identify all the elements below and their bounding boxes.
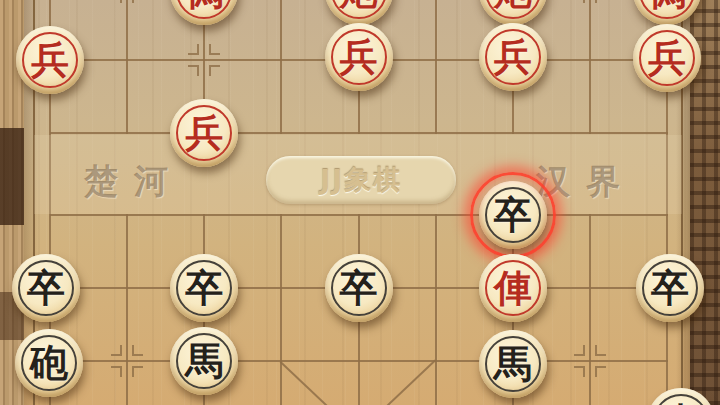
- piece-red-cannon[interactable]: 炮: [479, 0, 547, 25]
- piece-black-cannon[interactable]: 砲: [15, 329, 83, 397]
- piece-red-cannon[interactable]: 炮: [325, 0, 393, 25]
- piece-glyph: 傌: [170, 0, 238, 25]
- piece-glyph: 俥: [479, 254, 547, 322]
- piece-red-soldier[interactable]: 兵: [170, 99, 238, 167]
- app-logo-watermark: JJ象棋: [266, 156, 456, 204]
- board-line: [50, 132, 668, 134]
- board-line: [50, 214, 668, 216]
- piece-glyph: 卒: [12, 254, 80, 322]
- board-line: [589, 0, 591, 134]
- piece-glyph: 卒: [636, 254, 704, 322]
- piece-red-soldier[interactable]: 兵: [16, 26, 84, 94]
- piece-black-soldier[interactable]: 卒: [12, 254, 80, 322]
- board-line: [435, 214, 437, 405]
- piece-red-soldier[interactable]: 兵: [479, 23, 547, 91]
- piece-glyph: 炮: [479, 0, 547, 25]
- piece-black-horse[interactable]: 馬: [479, 330, 547, 398]
- piece-red-soldier[interactable]: 兵: [633, 24, 701, 92]
- board-line: [126, 0, 128, 134]
- piece-glyph: 傌: [633, 0, 701, 25]
- board-line: [280, 214, 282, 405]
- piece-black-chariot[interactable]: 車: [647, 388, 715, 405]
- piece-glyph: 卒: [325, 254, 393, 322]
- app-logo-text: JJ象棋: [320, 162, 402, 198]
- piece-black-soldier[interactable]: 卒: [479, 181, 547, 249]
- river-label-left: 楚河: [84, 160, 184, 202]
- piece-black-soldier[interactable]: 卒: [636, 254, 704, 322]
- piece-glyph: 卒: [479, 181, 547, 249]
- piece-red-chariot[interactable]: 俥: [479, 254, 547, 322]
- piece-black-soldier[interactable]: 卒: [325, 254, 393, 322]
- piece-black-soldier[interactable]: 卒: [170, 254, 238, 322]
- board-line: [126, 214, 128, 405]
- board-line: [435, 0, 437, 134]
- piece-red-horse[interactable]: 傌: [170, 0, 238, 25]
- board-line: [589, 214, 591, 405]
- piece-glyph: 兵: [16, 26, 84, 94]
- piece-black-horse[interactable]: 馬: [170, 327, 238, 395]
- piece-glyph: 卒: [170, 254, 238, 322]
- piece-glyph: 馬: [170, 327, 238, 395]
- piece-glyph: 炮: [325, 0, 393, 25]
- river-label-right: 汉界: [536, 160, 636, 202]
- piece-red-horse[interactable]: 傌: [633, 0, 701, 25]
- piece-glyph: 車: [647, 388, 715, 405]
- piece-glyph: 兵: [479, 23, 547, 91]
- board-line: [50, 360, 668, 362]
- board-line: [280, 0, 282, 134]
- piece-glyph: 馬: [479, 330, 547, 398]
- piece-glyph: 砲: [15, 329, 83, 397]
- piece-glyph: 兵: [170, 99, 238, 167]
- xiangqi-board-screen: 楚河 汉界 JJ象棋 傌炮炮傌兵兵兵兵兵卒卒卒卒俥卒砲馬馬車: [0, 0, 720, 405]
- piece-red-soldier[interactable]: 兵: [325, 23, 393, 91]
- piece-glyph: 兵: [633, 24, 701, 92]
- piece-glyph: 兵: [325, 23, 393, 91]
